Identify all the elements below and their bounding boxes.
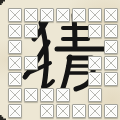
game-board	[0, 0, 120, 120]
tile-covered-r2c7[interactable]	[104, 24, 118, 38]
tile-covered-r1c5[interactable]	[72, 8, 86, 22]
tile-covered-r1c6[interactable]	[88, 8, 102, 22]
tile-covered-r4c6[interactable]	[88, 56, 102, 70]
tile-covered-r3c7[interactable]	[104, 40, 118, 54]
tile-covered-r1c7[interactable]	[104, 8, 118, 22]
tile-covered-r7c3[interactable]	[40, 104, 54, 118]
tile-grid	[8, 8, 118, 118]
tile-covered-r4c2[interactable]	[24, 56, 38, 70]
tile-covered-r6c4[interactable]	[56, 88, 70, 102]
tile-covered-r7c6[interactable]	[88, 104, 102, 118]
tile-covered-r1c1[interactable]	[8, 8, 22, 22]
tile-covered-r1c3[interactable]	[40, 8, 54, 22]
tile-covered-r1c4[interactable]	[56, 8, 70, 22]
tile-covered-r6c3[interactable]	[40, 88, 54, 102]
tile-covered-r4c7[interactable]	[104, 56, 118, 70]
tile-covered-r4c1[interactable]	[8, 56, 22, 70]
tile-covered-r6c2[interactable]	[24, 88, 38, 102]
tile-covered-r7c5[interactable]	[72, 104, 86, 118]
tile-covered-r5c1[interactable]	[8, 72, 22, 86]
tile-covered-r7c4[interactable]	[56, 104, 70, 118]
tile-covered-r1c2[interactable]	[24, 8, 38, 22]
tile-covered-r5c7[interactable]	[104, 72, 118, 86]
tile-covered-r2c1[interactable]	[8, 24, 22, 38]
tile-covered-r6c1[interactable]	[8, 88, 22, 102]
tile-covered-r6c6[interactable]	[88, 88, 102, 102]
tile-covered-r7c7[interactable]	[104, 104, 118, 118]
tile-covered-r2c6[interactable]	[88, 24, 102, 38]
tile-covered-r3c1[interactable]	[8, 40, 22, 54]
tile-covered-r5c6[interactable]	[88, 72, 102, 86]
tile-covered-r2c2[interactable]	[24, 24, 38, 38]
tile-covered-r7c1[interactable]	[8, 104, 22, 118]
